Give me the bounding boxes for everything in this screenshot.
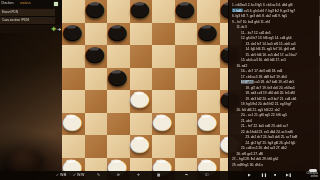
square-b2[interactable]: [85, 135, 108, 158]
toolbar-highlight-pill: [309, 169, 317, 172]
add-icon[interactable]: ✚: [51, 26, 56, 32]
square-e6[interactable]: [152, 45, 175, 68]
square-f8[interactable]: ●: [175, 0, 198, 23]
menu-mode-label: analysis: [20, 1, 31, 5]
highlighted-move[interactable]: 17. ab6: [241, 80, 254, 84]
square-a5[interactable]: [62, 68, 85, 91]
square-f2[interactable]: [175, 135, 198, 158]
square-e5[interactable]: [152, 68, 175, 91]
restart-icon[interactable]: ⟳: [117, 173, 120, 178]
menu-item-copy-position[interactable]: Copy position (PDN): [0, 17, 55, 25]
square-b4[interactable]: [85, 90, 108, 113]
black-piece[interactable]: ●: [195, 21, 219, 41]
menu-item-label: Copy position (PDN): [2, 18, 29, 22]
square-c3[interactable]: [107, 113, 130, 136]
menu-title: Checkers: [1, 1, 14, 5]
arrow-icon[interactable]: ➜: [57, 26, 61, 32]
board-icon[interactable]: ▦: [157, 173, 160, 178]
square-d6[interactable]: [130, 45, 153, 68]
copy-icon[interactable]: [54, 2, 58, 6]
square-b5[interactable]: [85, 68, 108, 91]
white-piece[interactable]: ●: [60, 111, 84, 131]
analysis-panel: 1. cd4 ba5 2. bc3 fg5 3. cb4 ac3 4. db4 …: [228, 0, 320, 180]
left-menu-panel: Checkers analysis Export PDN Copy positi…: [0, 0, 62, 33]
menu-item-export[interactable]: Export PDN: [0, 9, 55, 17]
info-icon[interactable]: ⓘ: [205, 173, 209, 178]
square-b8[interactable]: ●: [85, 0, 108, 23]
toolbar-toggle[interactable]: ✓ W:B: [56, 173, 66, 178]
square-a6[interactable]: [62, 45, 85, 68]
square-g6[interactable]: [197, 45, 220, 68]
square-f3[interactable]: [175, 113, 198, 136]
square-b3[interactable]: [85, 113, 108, 136]
black-piece[interactable]: ●: [105, 66, 129, 86]
selected-move[interactable]: 5. bd6: [232, 9, 243, 13]
square-g7[interactable]: ●: [197, 23, 220, 46]
square-f4[interactable]: [175, 90, 198, 113]
black-piece[interactable]: ●: [105, 21, 129, 41]
square-e3[interactable]: ●: [152, 113, 175, 136]
square-c7[interactable]: ●: [107, 23, 130, 46]
menu-footer-row: ✚ ➜: [0, 25, 62, 33]
move-line[interactable]: 29. ed8 hg1 30. dh4 x: [232, 162, 320, 168]
stop-icon[interactable]: ■: [274, 173, 276, 178]
black-piece[interactable]: ●: [128, 0, 152, 18]
share-icon[interactable]: ➥: [185, 173, 188, 178]
black-piece[interactable]: ●: [60, 21, 84, 41]
square-f6[interactable]: [175, 45, 198, 68]
black-piece[interactable]: ●: [83, 43, 107, 63]
square-d7[interactable]: [130, 23, 153, 46]
menu-item-label: Export PDN: [2, 10, 18, 14]
square-d8[interactable]: ●: [130, 0, 153, 23]
square-d2[interactable]: ●: [130, 135, 153, 158]
square-f7[interactable]: [175, 23, 198, 46]
pause-icon[interactable]: ❚❚: [261, 173, 267, 178]
bottom-toolbar: ✓ W:B✓ W:W✎⟳✛▦➥ⓘ▶❚❚■▶❚Checkersonline: [0, 171, 320, 180]
square-g3[interactable]: ●: [197, 113, 220, 136]
white-piece[interactable]: ●: [150, 111, 174, 131]
add-icon[interactable]: ✛: [137, 173, 140, 178]
square-c4[interactable]: [107, 90, 130, 113]
square-d4[interactable]: ●: [130, 90, 153, 113]
edit-icon[interactable]: ✎: [97, 173, 100, 178]
toolbar-toggle[interactable]: ✓ W:W: [73, 173, 84, 178]
black-piece[interactable]: ●: [173, 0, 197, 18]
white-piece[interactable]: ●: [128, 133, 152, 153]
square-a7[interactable]: ●: [62, 23, 85, 46]
white-piece[interactable]: ●: [195, 111, 219, 131]
black-piece[interactable]: ●: [83, 0, 107, 18]
white-piece[interactable]: ●: [128, 88, 152, 108]
square-f5[interactable]: [175, 68, 198, 91]
square-a3[interactable]: ●: [62, 113, 85, 136]
square-g5[interactable]: [197, 68, 220, 91]
move-list: 1. cd4 ba5 2. bc3 fg5 3. cb4 ac3 4. db4 …: [232, 2, 320, 178]
square-c5[interactable]: ●: [107, 68, 130, 91]
square-b6[interactable]: ●: [85, 45, 108, 68]
play-icon[interactable]: ▶: [248, 173, 251, 178]
watermark: Checkersonline: [288, 172, 318, 178]
square-e8[interactable]: [152, 0, 175, 23]
checkers-board: ●●●●●●●●●●●●●●●●●●●●●: [62, 0, 242, 180]
menu-title-bar: Checkers analysis: [0, 0, 62, 8]
square-e7[interactable]: [152, 23, 175, 46]
